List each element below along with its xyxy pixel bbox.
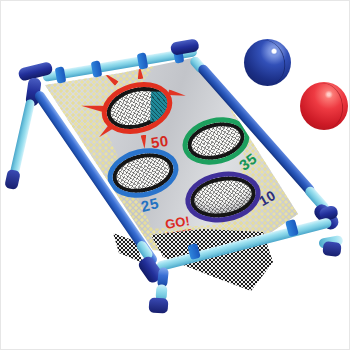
score-label-25: 25 <box>139 194 160 215</box>
ball-blue <box>244 39 291 86</box>
ball-red <box>300 82 348 130</box>
frame-bottom-left-foot <box>148 297 168 313</box>
ball-blue-seam <box>243 36 290 89</box>
ball-red-seam <box>301 80 346 132</box>
product-photo-ball-toss-game: 50 35 25 10 GO! GAMES <box>0 0 350 350</box>
sunburst-ray <box>140 135 147 149</box>
net-pocket-glimpse-teal <box>150 92 175 123</box>
frame-right-foot <box>322 241 341 257</box>
frame-front-left-leg <box>9 99 36 181</box>
frame-front-left-foot <box>4 169 21 190</box>
score-label-50: 50 <box>150 132 170 151</box>
